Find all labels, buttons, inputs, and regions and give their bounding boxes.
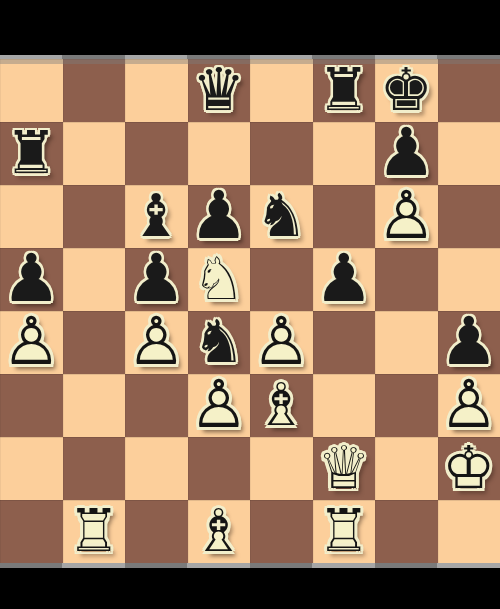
square-c7[interactable] xyxy=(125,122,188,185)
black-pawn-glyph: ♟ xyxy=(125,247,188,310)
white-rook-outline-glyph: ♖ xyxy=(63,499,126,562)
chess-app-screen: ♛♜♚♜♟♝♟♞♟♙♟♟♞♘♟♟♙♟♙♞♟♙♟♟♙♝♗♟♙♛♕♚♔♜♖♝♗♜♖ xyxy=(0,0,500,609)
white-rook-outline-glyph: ♖ xyxy=(313,499,376,562)
white-bishop-outline-glyph: ♗ xyxy=(250,373,313,436)
piece-white-king-h2[interactable]: ♚♔ xyxy=(438,437,500,500)
square-a2[interactable] xyxy=(0,437,63,500)
square-h5[interactable] xyxy=(438,248,500,311)
black-pawn-glyph: ♟ xyxy=(0,247,63,310)
square-g3[interactable] xyxy=(375,374,438,437)
square-a7[interactable]: ♜ xyxy=(0,122,63,185)
black-pawn-glyph: ♟ xyxy=(188,184,251,247)
piece-black-king-g8[interactable]: ♚ xyxy=(375,59,438,122)
square-h4[interactable]: ♟ xyxy=(438,311,500,374)
piece-white-pawn-e4[interactable]: ♟♙ xyxy=(250,311,313,374)
square-h7[interactable] xyxy=(438,122,500,185)
piece-white-rook-f1[interactable]: ♜♖ xyxy=(313,500,376,563)
piece-white-knight-d5[interactable]: ♞♘ xyxy=(188,248,251,311)
square-g2[interactable] xyxy=(375,437,438,500)
top-margin xyxy=(0,0,500,55)
square-c1[interactable] xyxy=(125,500,188,563)
black-pawn-glyph: ♟ xyxy=(313,247,376,310)
square-g4[interactable] xyxy=(375,311,438,374)
piece-black-pawn-a5[interactable]: ♟ xyxy=(0,248,63,311)
black-rook-glyph: ♜ xyxy=(0,121,63,184)
white-bishop-outline-glyph: ♗ xyxy=(188,499,251,562)
piece-white-pawn-h3[interactable]: ♟♙ xyxy=(438,374,500,437)
square-b2[interactable] xyxy=(63,437,126,500)
square-c8[interactable] xyxy=(125,59,188,122)
square-e7[interactable] xyxy=(250,122,313,185)
piece-black-pawn-f5[interactable]: ♟ xyxy=(313,248,376,311)
piece-white-pawn-g6[interactable]: ♟♙ xyxy=(375,185,438,248)
square-d3[interactable]: ♟♙ xyxy=(188,374,251,437)
square-c3[interactable] xyxy=(125,374,188,437)
piece-black-pawn-d6[interactable]: ♟ xyxy=(188,185,251,248)
square-f2[interactable]: ♛♕ xyxy=(313,437,376,500)
square-h1[interactable] xyxy=(438,500,500,563)
square-b8[interactable] xyxy=(63,59,126,122)
piece-black-rook-a7[interactable]: ♜ xyxy=(0,122,63,185)
piece-black-pawn-c5[interactable]: ♟ xyxy=(125,248,188,311)
black-knight-glyph: ♞ xyxy=(188,310,251,373)
square-f8[interactable]: ♜ xyxy=(313,59,376,122)
square-g7[interactable]: ♟ xyxy=(375,122,438,185)
square-e6[interactable]: ♞ xyxy=(250,185,313,248)
black-queen-glyph: ♛ xyxy=(188,58,251,121)
square-f6[interactable] xyxy=(313,185,376,248)
bottom-margin xyxy=(0,568,500,609)
piece-black-rook-f8[interactable]: ♜ xyxy=(313,59,376,122)
square-e5[interactable] xyxy=(250,248,313,311)
black-knight-glyph: ♞ xyxy=(250,184,313,247)
square-c5[interactable]: ♟ xyxy=(125,248,188,311)
square-g8[interactable]: ♚ xyxy=(375,59,438,122)
square-a8[interactable] xyxy=(0,59,63,122)
square-e1[interactable] xyxy=(250,500,313,563)
square-h6[interactable] xyxy=(438,185,500,248)
square-d6[interactable]: ♟ xyxy=(188,185,251,248)
square-f4[interactable] xyxy=(313,311,376,374)
piece-black-knight-d4[interactable]: ♞ xyxy=(188,311,251,374)
square-g1[interactable] xyxy=(375,500,438,563)
piece-white-pawn-d3[interactable]: ♟♙ xyxy=(188,374,251,437)
piece-white-bishop-d1[interactable]: ♝♗ xyxy=(188,500,251,563)
square-e3[interactable]: ♝♗ xyxy=(250,374,313,437)
square-a1[interactable] xyxy=(0,500,63,563)
white-pawn-outline-glyph: ♙ xyxy=(250,310,313,373)
square-b7[interactable] xyxy=(63,122,126,185)
square-e2[interactable] xyxy=(250,437,313,500)
square-c6[interactable]: ♝ xyxy=(125,185,188,248)
black-king-glyph: ♚ xyxy=(375,58,438,121)
square-c2[interactable] xyxy=(125,437,188,500)
square-a6[interactable] xyxy=(0,185,63,248)
white-knight-outline-glyph: ♘ xyxy=(188,247,251,310)
piece-white-rook-b1[interactable]: ♜♖ xyxy=(63,500,126,563)
white-pawn-outline-glyph: ♙ xyxy=(438,373,500,436)
piece-white-bishop-e3[interactable]: ♝♗ xyxy=(250,374,313,437)
square-f1[interactable]: ♜♖ xyxy=(313,500,376,563)
white-king-outline-glyph: ♔ xyxy=(438,436,500,499)
square-g6[interactable]: ♟♙ xyxy=(375,185,438,248)
piece-white-queen-f2[interactable]: ♛♕ xyxy=(313,437,376,500)
chess-board[interactable]: ♛♜♚♜♟♝♟♞♟♙♟♟♞♘♟♟♙♟♙♞♟♙♟♟♙♝♗♟♙♛♕♚♔♜♖♝♗♜♖ xyxy=(0,59,500,563)
square-h3[interactable]: ♟♙ xyxy=(438,374,500,437)
square-e4[interactable]: ♟♙ xyxy=(250,311,313,374)
black-pawn-glyph: ♟ xyxy=(375,121,438,184)
square-b1[interactable]: ♜♖ xyxy=(63,500,126,563)
square-d1[interactable]: ♝♗ xyxy=(188,500,251,563)
piece-white-pawn-a4[interactable]: ♟♙ xyxy=(0,311,63,374)
square-d2[interactable] xyxy=(188,437,251,500)
square-c4[interactable]: ♟♙ xyxy=(125,311,188,374)
piece-black-bishop-c6[interactable]: ♝ xyxy=(125,185,188,248)
square-b6[interactable] xyxy=(63,185,126,248)
piece-black-queen-d8[interactable]: ♛ xyxy=(188,59,251,122)
black-rook-glyph: ♜ xyxy=(313,58,376,121)
square-h2[interactable]: ♚♔ xyxy=(438,437,500,500)
square-a5[interactable]: ♟ xyxy=(0,248,63,311)
white-pawn-outline-glyph: ♙ xyxy=(375,184,438,247)
square-a3[interactable] xyxy=(0,374,63,437)
white-queen-outline-glyph: ♕ xyxy=(313,436,376,499)
white-pawn-outline-glyph: ♙ xyxy=(125,310,188,373)
white-pawn-outline-glyph: ♙ xyxy=(188,373,251,436)
piece-black-pawn-h4[interactable]: ♟ xyxy=(438,311,500,374)
square-f5[interactable]: ♟ xyxy=(313,248,376,311)
square-b3[interactable] xyxy=(63,374,126,437)
square-f7[interactable] xyxy=(313,122,376,185)
square-d8[interactable]: ♛ xyxy=(188,59,251,122)
square-f3[interactable] xyxy=(313,374,376,437)
square-d7[interactable] xyxy=(188,122,251,185)
square-h8[interactable] xyxy=(438,59,500,122)
square-g5[interactable] xyxy=(375,248,438,311)
square-d5[interactable]: ♞♘ xyxy=(188,248,251,311)
black-pawn-glyph: ♟ xyxy=(438,310,500,373)
piece-black-pawn-g7[interactable]: ♟ xyxy=(375,122,438,185)
square-e8[interactable] xyxy=(250,59,313,122)
piece-black-knight-e6[interactable]: ♞ xyxy=(250,185,313,248)
square-d4[interactable]: ♞ xyxy=(188,311,251,374)
white-pawn-outline-glyph: ♙ xyxy=(0,310,63,373)
square-b5[interactable] xyxy=(63,248,126,311)
square-b4[interactable] xyxy=(63,311,126,374)
square-a4[interactable]: ♟♙ xyxy=(0,311,63,374)
black-bishop-glyph: ♝ xyxy=(125,184,188,247)
piece-white-pawn-c4[interactable]: ♟♙ xyxy=(125,311,188,374)
